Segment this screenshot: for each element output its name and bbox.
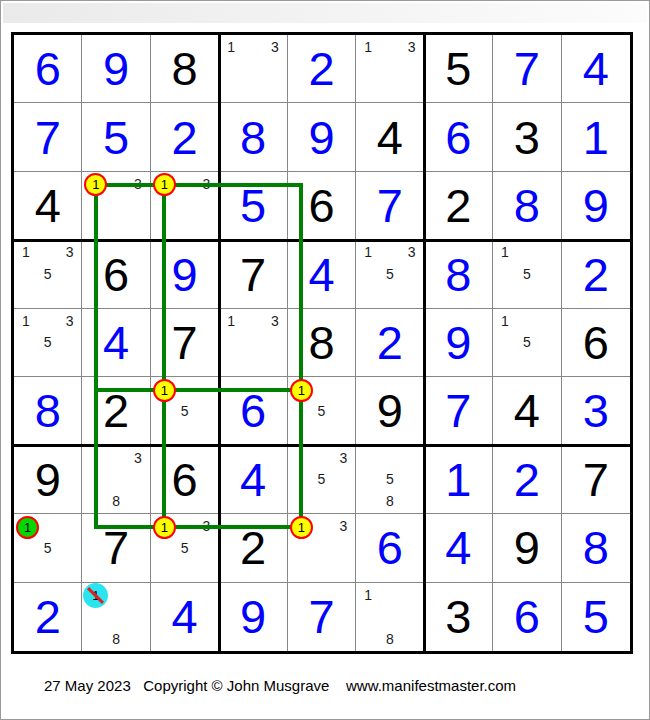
elimination-circle: 1 <box>83 583 108 608</box>
chain-line <box>94 525 303 529</box>
placement-node-circle: 1 <box>16 516 39 539</box>
box-line <box>423 35 426 651</box>
chain-line <box>94 388 303 392</box>
chain-line <box>299 183 303 529</box>
elimination-slash-icon <box>87 587 104 604</box>
chain-node-circle: 1 <box>153 516 176 539</box>
titlebar <box>3 3 647 23</box>
chain-line <box>94 183 303 187</box>
sudoku-board: 6981321357475289463141313567289135697413… <box>11 32 633 654</box>
footer-text: 27 May 2023 Copyright © John Musgrave ww… <box>44 677 516 694</box>
chain-node-circle: 1 <box>290 516 313 539</box>
box-line <box>14 444 630 447</box>
chain-node-circle: 1 <box>153 173 176 196</box>
chain-node-circle: 1 <box>290 379 313 402</box>
board-overlay: 11111111 <box>14 35 630 651</box>
box-line <box>218 35 221 651</box>
window: 6981321357475289463141313567289135697413… <box>0 0 650 720</box>
chain-node-circle: 1 <box>84 173 107 196</box>
chain-line <box>162 183 166 529</box>
chain-line <box>94 183 98 529</box>
box-line <box>14 239 630 242</box>
chain-node-circle: 1 <box>153 379 176 402</box>
